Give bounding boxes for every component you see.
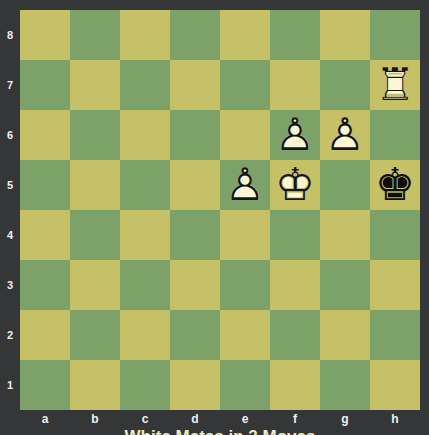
square-a4[interactable] bbox=[20, 210, 70, 260]
white-rook-h7: ♜♖ bbox=[370, 60, 420, 110]
square-d6[interactable] bbox=[170, 110, 220, 160]
black-king-h5: ♚ bbox=[370, 160, 420, 210]
square-b4[interactable] bbox=[70, 210, 120, 260]
square-b3[interactable] bbox=[70, 260, 120, 310]
white-king-outline-glyph: ♔ bbox=[270, 160, 320, 210]
square-a1[interactable] bbox=[20, 360, 70, 410]
white-pawn-fill-glyph: ♟ bbox=[320, 110, 370, 160]
square-e4[interactable] bbox=[220, 210, 270, 260]
rank-label-2: 2 bbox=[0, 310, 20, 360]
square-h4[interactable] bbox=[370, 210, 420, 260]
square-c1[interactable] bbox=[120, 360, 170, 410]
square-f6[interactable]: ♟♙ bbox=[270, 110, 320, 160]
white-pawn-outline-glyph: ♙ bbox=[270, 110, 320, 160]
rank-label-1: 1 bbox=[0, 360, 20, 410]
white-pawn-fill-glyph: ♟ bbox=[220, 160, 270, 210]
square-g5[interactable] bbox=[320, 160, 370, 210]
square-c4[interactable] bbox=[120, 210, 170, 260]
square-c7[interactable] bbox=[120, 60, 170, 110]
square-a6[interactable] bbox=[20, 110, 70, 160]
square-a2[interactable] bbox=[20, 310, 70, 360]
rank-label-8: 8 bbox=[0, 10, 20, 60]
white-king-fill-glyph: ♚ bbox=[270, 160, 320, 210]
square-b2[interactable] bbox=[70, 310, 120, 360]
white-pawn-g6: ♟♙ bbox=[320, 110, 370, 160]
rank-labels: 87654321 bbox=[0, 10, 20, 410]
square-c3[interactable] bbox=[120, 260, 170, 310]
rank-label-7: 7 bbox=[0, 60, 20, 110]
square-b8[interactable] bbox=[70, 10, 120, 60]
white-pawn-e5: ♟♙ bbox=[220, 160, 270, 210]
square-f5[interactable]: ♚♔ bbox=[270, 160, 320, 210]
square-b6[interactable] bbox=[70, 110, 120, 160]
square-d1[interactable] bbox=[170, 360, 220, 410]
square-f2[interactable] bbox=[270, 310, 320, 360]
rank-label-6: 6 bbox=[0, 110, 20, 160]
square-h2[interactable] bbox=[370, 310, 420, 360]
square-d8[interactable] bbox=[170, 10, 220, 60]
caption: White Mates in 2 Moves bbox=[20, 427, 420, 435]
square-e2[interactable] bbox=[220, 310, 270, 360]
square-c2[interactable] bbox=[120, 310, 170, 360]
square-h1[interactable] bbox=[370, 360, 420, 410]
square-d2[interactable] bbox=[170, 310, 220, 360]
square-g3[interactable] bbox=[320, 260, 370, 310]
square-e8[interactable] bbox=[220, 10, 270, 60]
square-f7[interactable] bbox=[270, 60, 320, 110]
square-e7[interactable] bbox=[220, 60, 270, 110]
square-b7[interactable] bbox=[70, 60, 120, 110]
square-e3[interactable] bbox=[220, 260, 270, 310]
white-rook-outline-glyph: ♖ bbox=[370, 60, 420, 110]
black-king-glyph: ♚ bbox=[370, 160, 420, 210]
square-d7[interactable] bbox=[170, 60, 220, 110]
rank-label-5: 5 bbox=[0, 160, 20, 210]
square-g8[interactable] bbox=[320, 10, 370, 60]
square-a7[interactable] bbox=[20, 60, 70, 110]
square-h6[interactable] bbox=[370, 110, 420, 160]
square-d3[interactable] bbox=[170, 260, 220, 310]
square-f3[interactable] bbox=[270, 260, 320, 310]
square-h8[interactable] bbox=[370, 10, 420, 60]
square-g6[interactable]: ♟♙ bbox=[320, 110, 370, 160]
chess-puzzle-page: 87654321 ♜♖♟♙♟♙♟♙♚♔♚ abcdefgh White Mate… bbox=[0, 0, 429, 435]
square-g4[interactable] bbox=[320, 210, 370, 260]
square-c6[interactable] bbox=[120, 110, 170, 160]
square-f8[interactable] bbox=[270, 10, 320, 60]
square-e1[interactable] bbox=[220, 360, 270, 410]
square-c8[interactable] bbox=[120, 10, 170, 60]
square-a3[interactable] bbox=[20, 260, 70, 310]
square-d5[interactable] bbox=[170, 160, 220, 210]
white-king-f5: ♚♔ bbox=[270, 160, 320, 210]
chess-board: ♜♖♟♙♟♙♟♙♚♔♚ bbox=[20, 10, 420, 410]
rank-label-3: 3 bbox=[0, 260, 20, 310]
square-g1[interactable] bbox=[320, 360, 370, 410]
white-pawn-fill-glyph: ♟ bbox=[270, 110, 320, 160]
square-e5[interactable]: ♟♙ bbox=[220, 160, 270, 210]
square-f1[interactable] bbox=[270, 360, 320, 410]
white-pawn-f6: ♟♙ bbox=[270, 110, 320, 160]
square-g7[interactable] bbox=[320, 60, 370, 110]
square-a8[interactable] bbox=[20, 10, 70, 60]
square-e6[interactable] bbox=[220, 110, 270, 160]
square-g2[interactable] bbox=[320, 310, 370, 360]
square-c5[interactable] bbox=[120, 160, 170, 210]
square-b1[interactable] bbox=[70, 360, 120, 410]
rank-label-4: 4 bbox=[0, 210, 20, 260]
square-h5[interactable]: ♚ bbox=[370, 160, 420, 210]
square-f4[interactable] bbox=[270, 210, 320, 260]
white-rook-fill-glyph: ♜ bbox=[370, 60, 420, 110]
square-a5[interactable] bbox=[20, 160, 70, 210]
square-h7[interactable]: ♜♖ bbox=[370, 60, 420, 110]
square-h3[interactable] bbox=[370, 260, 420, 310]
white-pawn-outline-glyph: ♙ bbox=[220, 160, 270, 210]
square-d4[interactable] bbox=[170, 210, 220, 260]
square-b5[interactable] bbox=[70, 160, 120, 210]
white-pawn-outline-glyph: ♙ bbox=[320, 110, 370, 160]
